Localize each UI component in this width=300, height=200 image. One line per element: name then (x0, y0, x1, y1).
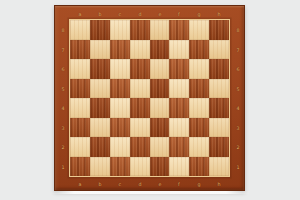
coordinate-label: 5 (58, 80, 68, 96)
square-c1 (110, 157, 130, 177)
square-f3 (169, 118, 189, 138)
scene: abcdefgh abcdefgh 87654321 87654321 (0, 0, 300, 200)
square-b1 (90, 157, 110, 177)
coordinate-label: c (112, 9, 128, 18)
square-e1 (150, 157, 170, 177)
file-labels-bottom: abcdefgh (70, 178, 229, 190)
coordinate-label: a (72, 9, 88, 18)
coordinate-label: 3 (58, 119, 68, 135)
square-f6 (169, 59, 189, 79)
square-d1 (130, 157, 150, 177)
square-c2 (110, 137, 130, 157)
square-g6 (189, 59, 209, 79)
square-a2 (70, 137, 90, 157)
coordinate-label: 6 (233, 61, 243, 77)
square-b7 (90, 40, 110, 60)
playing-field (70, 20, 229, 176)
square-b3 (90, 118, 110, 138)
coordinate-label: g (191, 9, 207, 18)
square-d7 (130, 40, 150, 60)
coordinate-label: b (92, 9, 108, 18)
coordinate-label: h (211, 179, 227, 189)
coordinate-label: 8 (233, 22, 243, 38)
square-e3 (150, 118, 170, 138)
square-f5 (169, 79, 189, 99)
square-h4 (209, 98, 229, 118)
coordinate-label: 7 (233, 41, 243, 57)
square-f1 (169, 157, 189, 177)
rank-labels-left: 87654321 (57, 20, 69, 176)
coordinate-label: 5 (233, 80, 243, 96)
square-g7 (189, 40, 209, 60)
square-g2 (189, 137, 209, 157)
coordinate-label: 8 (58, 22, 68, 38)
coordinate-label: g (191, 179, 207, 189)
coordinate-label: 2 (233, 139, 243, 155)
coordinate-label: 7 (58, 41, 68, 57)
square-c7 (110, 40, 130, 60)
square-g4 (189, 98, 209, 118)
square-g5 (189, 79, 209, 99)
rank-labels-right: 87654321 (232, 20, 244, 176)
coordinate-label: 4 (233, 100, 243, 116)
square-d2 (130, 137, 150, 157)
square-c4 (110, 98, 130, 118)
coordinate-label: d (132, 9, 148, 18)
square-a5 (70, 79, 90, 99)
square-b6 (90, 59, 110, 79)
square-g8 (189, 20, 209, 40)
square-b5 (90, 79, 110, 99)
coordinate-label: 2 (58, 139, 68, 155)
square-c5 (110, 79, 130, 99)
square-a3 (70, 118, 90, 138)
square-d8 (130, 20, 150, 40)
square-f2 (169, 137, 189, 157)
coordinate-label: 3 (233, 119, 243, 135)
coordinate-label: 4 (58, 100, 68, 116)
chess-board: abcdefgh abcdefgh 87654321 87654321 (54, 5, 245, 191)
photo-background: { "game": "chess", "description": "Empty… (0, 0, 300, 200)
square-f4 (169, 98, 189, 118)
square-h1 (209, 157, 229, 177)
square-d5 (130, 79, 150, 99)
square-a8 (70, 20, 90, 40)
square-a4 (70, 98, 90, 118)
square-e2 (150, 137, 170, 157)
square-d3 (130, 118, 150, 138)
coordinate-label: c (112, 179, 128, 189)
square-g3 (189, 118, 209, 138)
square-e6 (150, 59, 170, 79)
square-c6 (110, 59, 130, 79)
square-h2 (209, 137, 229, 157)
square-b2 (90, 137, 110, 157)
square-c8 (110, 20, 130, 40)
square-a6 (70, 59, 90, 79)
coordinate-label: d (132, 179, 148, 189)
square-e4 (150, 98, 170, 118)
square-e7 (150, 40, 170, 60)
square-b4 (90, 98, 110, 118)
surface-highlight (50, 191, 250, 194)
coordinate-label: f (171, 9, 187, 18)
square-a7 (70, 40, 90, 60)
square-h5 (209, 79, 229, 99)
coordinate-label: e (151, 9, 167, 18)
square-e5 (150, 79, 170, 99)
square-h6 (209, 59, 229, 79)
square-f7 (169, 40, 189, 60)
square-d4 (130, 98, 150, 118)
square-h8 (209, 20, 229, 40)
file-labels-top: abcdefgh (70, 8, 229, 19)
square-c3 (110, 118, 130, 138)
square-h3 (209, 118, 229, 138)
square-d6 (130, 59, 150, 79)
coordinate-label: f (171, 179, 187, 189)
coordinate-label: h (211, 9, 227, 18)
coordinate-label: e (151, 179, 167, 189)
coordinate-label: 6 (58, 61, 68, 77)
coordinate-label: 1 (233, 158, 243, 174)
square-b8 (90, 20, 110, 40)
square-e8 (150, 20, 170, 40)
square-f8 (169, 20, 189, 40)
square-h7 (209, 40, 229, 60)
square-g1 (189, 157, 209, 177)
coordinate-label: a (72, 179, 88, 189)
coordinate-label: 1 (58, 158, 68, 174)
square-a1 (70, 157, 90, 177)
coordinate-label: b (92, 179, 108, 189)
